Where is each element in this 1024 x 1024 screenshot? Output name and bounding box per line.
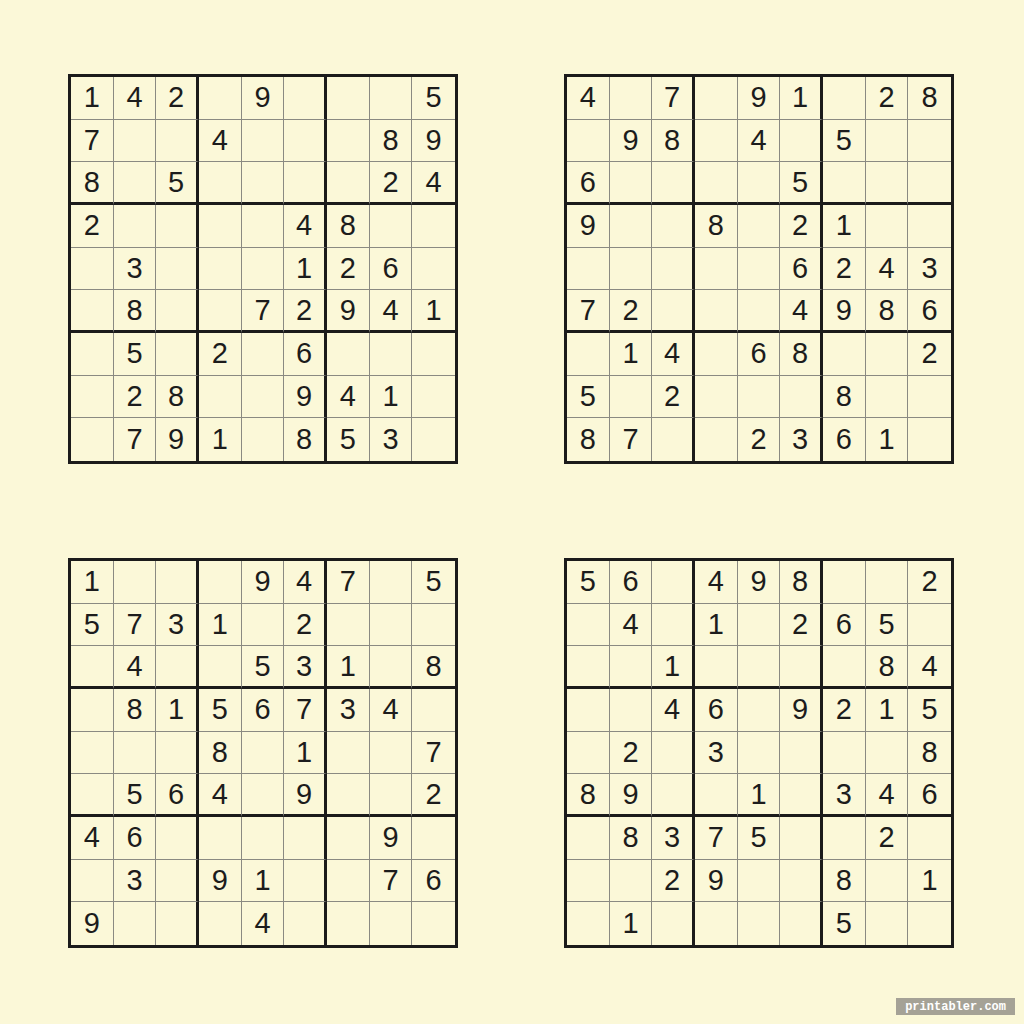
sudoku-cell-r2c8 [370, 604, 413, 647]
sudoku-cell-r7c2: 5 [114, 333, 157, 376]
sudoku-cell-r3c5 [738, 162, 781, 205]
sudoku-cell-r8c3: 2 [652, 860, 695, 903]
sudoku-cell-r6c4 [199, 290, 242, 333]
sudoku-cell-r7c3 [156, 817, 199, 860]
sudoku-cell-r3c9: 8 [412, 646, 455, 689]
sudoku-cell-r8c2: 3 [114, 860, 157, 903]
sudoku-cell-r8c8 [866, 376, 909, 419]
sudoku-cell-r3c7 [823, 646, 866, 689]
sudoku-cell-r7c9 [412, 817, 455, 860]
sudoku-cell-r1c1: 1 [71, 77, 114, 120]
sudoku-cell-r1c9: 2 [908, 561, 951, 604]
sudoku-cell-r3c5 [242, 162, 285, 205]
sudoku-cell-r7c5: 6 [738, 333, 781, 376]
sudoku-cell-r2c9 [412, 604, 455, 647]
sudoku-cell-r8c6 [780, 860, 823, 903]
sudoku-cell-r9c5 [242, 418, 285, 461]
sudoku-cell-r5c1 [71, 248, 114, 291]
sudoku-cell-r4c7: 2 [823, 689, 866, 732]
sudoku-cell-r5c8 [370, 732, 413, 775]
sudoku-cell-r2c6 [780, 120, 823, 163]
sudoku-cell-r7c8 [370, 333, 413, 376]
sudoku-cell-r3c2: 4 [114, 646, 157, 689]
sudoku-cell-r9c1: 8 [567, 418, 610, 461]
sudoku-cell-r3c8 [866, 162, 909, 205]
sudoku-cell-r6c6: 4 [780, 290, 823, 333]
sudoku-cell-r1c2: 6 [610, 561, 653, 604]
sudoku-cell-r9c3 [652, 418, 695, 461]
sudoku-cell-r9c1 [71, 418, 114, 461]
sudoku-cell-r9c4 [695, 418, 738, 461]
sudoku-cell-r6c5: 7 [242, 290, 285, 333]
sudoku-cell-r6c4: 4 [199, 774, 242, 817]
sudoku-cell-r4c6: 4 [284, 205, 327, 248]
sudoku-cell-r9c7: 5 [823, 902, 866, 945]
sudoku-cell-r9c4: 1 [199, 418, 242, 461]
sudoku-cell-r4c8 [370, 205, 413, 248]
sudoku-cell-r5c5 [738, 248, 781, 291]
sudoku-cell-r8c4: 9 [199, 860, 242, 903]
sudoku-cell-r2c1 [567, 120, 610, 163]
sudoku-cell-r2c6 [284, 120, 327, 163]
sudoku-grid-top-left: 1429574898524248312687294152628941791853 [68, 74, 458, 464]
sudoku-cell-r4c4: 6 [695, 689, 738, 732]
sudoku-cell-r6c5 [242, 774, 285, 817]
sudoku-cell-r9c7: 6 [823, 418, 866, 461]
sudoku-cell-r1c4 [199, 77, 242, 120]
sudoku-cell-r6c2: 9 [610, 774, 653, 817]
sudoku-cell-r4c9 [908, 205, 951, 248]
sudoku-cell-r3c1: 6 [567, 162, 610, 205]
sudoku-cell-r2c2: 9 [610, 120, 653, 163]
sudoku-cell-r7c3: 3 [652, 817, 695, 860]
sudoku-cell-r3c6 [780, 646, 823, 689]
sudoku-cell-r6c7: 9 [327, 290, 370, 333]
sudoku-cell-r8c9 [908, 376, 951, 419]
sudoku-cell-r2c5 [242, 604, 285, 647]
sudoku-cell-r7c5 [242, 333, 285, 376]
sudoku-cell-r9c6: 8 [284, 418, 327, 461]
sudoku-cell-r4c2 [610, 689, 653, 732]
sudoku-cell-r6c1 [71, 290, 114, 333]
sudoku-cell-r8c1 [71, 860, 114, 903]
sudoku-grid-top-right: 4791289845659821624372498614682528872361 [564, 74, 954, 464]
sudoku-cell-r5c3 [156, 248, 199, 291]
sudoku-cell-r7c1 [567, 817, 610, 860]
sudoku-cell-r9c9 [412, 418, 455, 461]
sudoku-cell-r9c5: 2 [738, 418, 781, 461]
sudoku-cell-r3c6: 3 [284, 646, 327, 689]
sudoku-cell-r7c7 [327, 817, 370, 860]
sudoku-cell-r1c1: 4 [567, 77, 610, 120]
sudoku-cell-r2c6: 2 [780, 604, 823, 647]
sudoku-cell-r1c6 [284, 77, 327, 120]
sudoku-cell-r1c4 [695, 77, 738, 120]
watermark: printabler.com [896, 998, 1015, 1015]
sudoku-cell-r3c5 [738, 646, 781, 689]
sudoku-cell-r4c6: 9 [780, 689, 823, 732]
sudoku-cell-r7c3 [156, 333, 199, 376]
sudoku-cell-r7c5 [242, 817, 285, 860]
sudoku-cell-r6c9: 6 [908, 774, 951, 817]
sudoku-cell-r1c1: 5 [567, 561, 610, 604]
sudoku-cell-r6c2: 2 [610, 290, 653, 333]
sudoku-cell-r3c2 [610, 646, 653, 689]
sudoku-cell-r9c7 [327, 902, 370, 945]
sudoku-cell-r4c7: 1 [823, 205, 866, 248]
sudoku-cell-r6c8: 8 [866, 290, 909, 333]
sudoku-cell-r3c3 [156, 646, 199, 689]
sudoku-cell-r2c1: 7 [71, 120, 114, 163]
sudoku-cell-r3c4 [695, 162, 738, 205]
sudoku-cell-r1c5: 9 [738, 561, 781, 604]
sudoku-cell-r1c3: 7 [652, 77, 695, 120]
sudoku-cell-r2c7: 6 [823, 604, 866, 647]
sudoku-cell-r3c9: 4 [908, 646, 951, 689]
sudoku-cell-r3c6 [284, 162, 327, 205]
sudoku-cell-r7c9: 2 [908, 333, 951, 376]
sudoku-cell-r1c7 [823, 77, 866, 120]
sudoku-cell-r3c4 [695, 646, 738, 689]
sudoku-cell-r4c5 [738, 689, 781, 732]
sudoku-cell-r4c8 [866, 205, 909, 248]
sudoku-cell-r6c7: 9 [823, 290, 866, 333]
sudoku-cell-r4c3: 1 [156, 689, 199, 732]
sudoku-cell-r9c3 [156, 902, 199, 945]
sudoku-cell-r5c6 [780, 732, 823, 775]
sudoku-cell-r7c2: 6 [114, 817, 157, 860]
sudoku-cell-r1c5: 9 [242, 77, 285, 120]
sudoku-cell-r4c9 [412, 205, 455, 248]
sudoku-cell-r6c3 [652, 774, 695, 817]
sudoku-cell-r8c7 [327, 860, 370, 903]
sudoku-cell-r6c6 [780, 774, 823, 817]
sudoku-cell-r8c9: 6 [412, 860, 455, 903]
sudoku-cell-r3c1 [567, 646, 610, 689]
sudoku-cell-r8c2: 2 [114, 376, 157, 419]
sudoku-cell-r8c4 [199, 376, 242, 419]
sudoku-cell-r7c2: 8 [610, 817, 653, 860]
sudoku-cell-r6c1: 8 [567, 774, 610, 817]
sudoku-cell-r6c7: 3 [823, 774, 866, 817]
sudoku-cell-r6c7 [327, 774, 370, 817]
sudoku-cell-r2c3: 3 [156, 604, 199, 647]
sudoku-cell-r9c2: 7 [610, 418, 653, 461]
sudoku-cell-r3c8: 8 [866, 646, 909, 689]
sudoku-cell-r5c9: 3 [908, 248, 951, 291]
sudoku-cell-r5c7 [327, 732, 370, 775]
sudoku-cell-r6c1: 7 [567, 290, 610, 333]
sudoku-cell-r5c4: 3 [695, 732, 738, 775]
sudoku-cell-r6c4 [695, 774, 738, 817]
sudoku-cell-r9c5: 4 [242, 902, 285, 945]
sudoku-cell-r2c3 [156, 120, 199, 163]
sudoku-cell-r2c3 [652, 604, 695, 647]
sudoku-cell-r5c8 [866, 732, 909, 775]
sudoku-cell-r7c1: 4 [71, 817, 114, 860]
sudoku-cell-r2c2 [114, 120, 157, 163]
sudoku-cell-r2c4: 1 [199, 604, 242, 647]
sudoku-cell-r8c1: 5 [567, 376, 610, 419]
sudoku-cell-r3c7: 1 [327, 646, 370, 689]
sudoku-cell-r8c2 [610, 376, 653, 419]
sudoku-cell-r7c3: 4 [652, 333, 695, 376]
sudoku-cell-r4c5: 6 [242, 689, 285, 732]
sudoku-cell-r5c7: 2 [823, 248, 866, 291]
sudoku-cell-r4c5 [242, 205, 285, 248]
sudoku-cell-r9c6 [284, 902, 327, 945]
sudoku-cell-r2c5 [738, 604, 781, 647]
sudoku-cell-r6c3: 6 [156, 774, 199, 817]
sudoku-cell-r7c1 [71, 333, 114, 376]
sudoku-cell-r1c8: 2 [866, 77, 909, 120]
sudoku-cell-r4c1: 2 [71, 205, 114, 248]
sudoku-cell-r8c4: 9 [695, 860, 738, 903]
sudoku-cell-r4c8: 4 [370, 689, 413, 732]
sudoku-cell-r1c2 [610, 77, 653, 120]
sudoku-cell-r1c8 [370, 561, 413, 604]
sudoku-cell-r2c1 [567, 604, 610, 647]
sudoku-cell-r5c5 [242, 732, 285, 775]
sudoku-cell-r3c1: 8 [71, 162, 114, 205]
sudoku-cell-r6c5: 1 [738, 774, 781, 817]
sudoku-cell-r3c7 [327, 162, 370, 205]
sudoku-cell-r9c6: 3 [780, 418, 823, 461]
sudoku-cell-r9c5 [738, 902, 781, 945]
sudoku-cell-r5c2: 2 [610, 732, 653, 775]
sudoku-cell-r1c2 [114, 561, 157, 604]
sudoku-cell-r8c3: 8 [156, 376, 199, 419]
sudoku-cell-r1c2: 4 [114, 77, 157, 120]
sudoku-cell-r7c2: 1 [610, 333, 653, 376]
sudoku-cell-r3c2 [610, 162, 653, 205]
sudoku-cell-r9c8 [866, 902, 909, 945]
sudoku-cell-r3c2 [114, 162, 157, 205]
sudoku-cell-r5c4: 8 [199, 732, 242, 775]
sudoku-cell-r8c8 [866, 860, 909, 903]
sudoku-cell-r6c2: 8 [114, 290, 157, 333]
sudoku-cell-r6c9: 6 [908, 290, 951, 333]
sudoku-cell-r4c3 [156, 205, 199, 248]
sudoku-cell-r7c8 [866, 333, 909, 376]
sudoku-cell-r8c7: 4 [327, 376, 370, 419]
sudoku-cell-r6c9: 2 [412, 774, 455, 817]
sudoku-cell-r5c2 [610, 248, 653, 291]
sudoku-cell-r8c9 [412, 376, 455, 419]
sudoku-cell-r9c9 [908, 418, 951, 461]
sudoku-cell-r7c8: 2 [866, 817, 909, 860]
sudoku-grid-bottom-right: 5649824126518446921523889134683752298115 [564, 558, 954, 948]
sudoku-cell-r1c9: 8 [908, 77, 951, 120]
sudoku-cell-r4c4: 8 [695, 205, 738, 248]
sudoku-cell-r8c8: 1 [370, 376, 413, 419]
sudoku-cell-r5c2 [114, 732, 157, 775]
sudoku-cell-r9c2 [114, 902, 157, 945]
sudoku-cell-r7c4 [199, 817, 242, 860]
sudoku-cell-r5c8: 4 [866, 248, 909, 291]
sudoku-cell-r1c7 [327, 77, 370, 120]
sudoku-cell-r4c1 [567, 689, 610, 732]
sudoku-cell-r5c9: 7 [412, 732, 455, 775]
sudoku-cell-r8c3: 2 [652, 376, 695, 419]
sudoku-cell-r5c4 [695, 248, 738, 291]
sudoku-cell-r2c8: 8 [370, 120, 413, 163]
sudoku-cell-r8c6: 9 [284, 376, 327, 419]
sudoku-cell-r8c1 [567, 860, 610, 903]
sudoku-cell-r9c4 [199, 902, 242, 945]
sudoku-cell-r2c7 [327, 604, 370, 647]
sudoku-cell-r1c9: 5 [412, 561, 455, 604]
sudoku-cell-r5c7 [823, 732, 866, 775]
sudoku-cell-r1c8 [866, 561, 909, 604]
sudoku-cell-r1c3 [652, 561, 695, 604]
sudoku-cell-r5c2: 3 [114, 248, 157, 291]
sudoku-cell-r5c5 [242, 248, 285, 291]
sudoku-cell-r5c6: 6 [780, 248, 823, 291]
sudoku-cell-r7c6: 8 [780, 333, 823, 376]
sudoku-cell-r3c8: 2 [370, 162, 413, 205]
sudoku-cell-r1c6: 4 [284, 561, 327, 604]
sudoku-cell-r9c1 [567, 902, 610, 945]
sudoku-cell-r7c8: 9 [370, 817, 413, 860]
sudoku-cell-r4c9 [412, 689, 455, 732]
sudoku-cell-r3c7 [823, 162, 866, 205]
sudoku-cell-r2c2: 4 [610, 604, 653, 647]
sudoku-cell-r2c8 [866, 120, 909, 163]
sudoku-cell-r5c8: 6 [370, 248, 413, 291]
sudoku-cell-r9c7: 5 [327, 418, 370, 461]
sudoku-cell-r7c6 [284, 817, 327, 860]
sudoku-cell-r9c8 [370, 902, 413, 945]
sudoku-cell-r1c7: 7 [327, 561, 370, 604]
sudoku-cell-r2c4 [695, 120, 738, 163]
sudoku-cell-r1c8 [370, 77, 413, 120]
sudoku-cell-r3c3: 1 [652, 646, 695, 689]
sudoku-cell-r2c9 [908, 120, 951, 163]
sudoku-cell-r9c9 [908, 902, 951, 945]
sudoku-cell-r4c4 [199, 205, 242, 248]
sudoku-cell-r1c7 [823, 561, 866, 604]
sudoku-cell-r8c5: 1 [242, 860, 285, 903]
sudoku-cell-r5c5 [738, 732, 781, 775]
sudoku-cell-r2c7: 5 [823, 120, 866, 163]
sudoku-cell-r6c6: 2 [284, 290, 327, 333]
sudoku-cell-r5c1 [567, 248, 610, 291]
sudoku-cell-r6c8: 4 [866, 774, 909, 817]
sudoku-cell-r9c1: 9 [71, 902, 114, 945]
sudoku-cell-r9c8: 1 [866, 418, 909, 461]
sudoku-cell-r6c1 [71, 774, 114, 817]
sudoku-cell-r8c5 [738, 860, 781, 903]
sudoku-cell-r9c3 [652, 902, 695, 945]
sudoku-cell-r7c9 [412, 333, 455, 376]
sudoku-cell-r8c9: 1 [908, 860, 951, 903]
sudoku-cell-r4c3: 4 [652, 689, 695, 732]
sudoku-cell-r8c5 [738, 376, 781, 419]
sudoku-cell-r8c7: 8 [823, 860, 866, 903]
sudoku-cell-r8c8: 7 [370, 860, 413, 903]
sudoku-cell-r2c6: 2 [284, 604, 327, 647]
sudoku-cell-r4c4: 5 [199, 689, 242, 732]
sudoku-cell-r7c7 [327, 333, 370, 376]
sudoku-cell-r5c9: 8 [908, 732, 951, 775]
sudoku-cell-r1c3 [156, 561, 199, 604]
sudoku-cell-r1c4: 4 [695, 561, 738, 604]
sudoku-cell-r6c3 [156, 290, 199, 333]
sudoku-cell-r6c8: 4 [370, 290, 413, 333]
sudoku-cell-r8c6 [780, 376, 823, 419]
sudoku-cell-r5c6: 1 [284, 732, 327, 775]
sudoku-cell-r8c2 [610, 860, 653, 903]
sudoku-cell-r8c5 [242, 376, 285, 419]
sudoku-cell-r6c9: 1 [412, 290, 455, 333]
sudoku-cell-r1c1: 1 [71, 561, 114, 604]
sudoku-cell-r3c8 [370, 646, 413, 689]
sudoku-cell-r4c8: 1 [866, 689, 909, 732]
sudoku-cell-r6c5 [738, 290, 781, 333]
sudoku-cell-r6c2: 5 [114, 774, 157, 817]
sudoku-cell-r7c7 [823, 333, 866, 376]
sudoku-cell-r3c4 [199, 646, 242, 689]
sudoku-cell-r3c6: 5 [780, 162, 823, 205]
sudoku-cell-r5c3 [652, 248, 695, 291]
sudoku-cell-r7c4: 2 [199, 333, 242, 376]
sudoku-cell-r1c6: 8 [780, 561, 823, 604]
sudoku-cell-r7c4 [695, 333, 738, 376]
sudoku-cell-r6c4 [695, 290, 738, 333]
sudoku-cell-r6c3 [652, 290, 695, 333]
sudoku-cell-r2c9 [908, 604, 951, 647]
sudoku-cell-r9c2: 7 [114, 418, 157, 461]
sudoku-cell-r2c9: 9 [412, 120, 455, 163]
sudoku-cell-r9c6 [780, 902, 823, 945]
sudoku-cell-r5c9 [412, 248, 455, 291]
sudoku-cell-r6c6: 9 [284, 774, 327, 817]
sudoku-cell-r5c7: 2 [327, 248, 370, 291]
sudoku-cell-r4c2 [114, 205, 157, 248]
sudoku-cell-r4c2 [610, 205, 653, 248]
sudoku-cell-r3c9: 4 [412, 162, 455, 205]
sudoku-cell-r9c3: 9 [156, 418, 199, 461]
sudoku-cell-r9c4 [695, 902, 738, 945]
sudoku-cell-r7c7 [823, 817, 866, 860]
sudoku-cell-r4c7: 3 [327, 689, 370, 732]
sudoku-cell-r2c5: 4 [738, 120, 781, 163]
sudoku-cell-r8c4 [695, 376, 738, 419]
sudoku-cell-r5c1 [71, 732, 114, 775]
sudoku-cell-r7c9 [908, 817, 951, 860]
sudoku-cell-r8c6 [284, 860, 327, 903]
sudoku-cell-r4c6: 7 [284, 689, 327, 732]
sudoku-cell-r1c5: 9 [242, 561, 285, 604]
sudoku-cell-r9c9 [412, 902, 455, 945]
sudoku-cell-r8c3 [156, 860, 199, 903]
sudoku-cell-r6c8 [370, 774, 413, 817]
sudoku-cell-r8c1 [71, 376, 114, 419]
sudoku-cell-r4c6: 2 [780, 205, 823, 248]
sudoku-cell-r4c9: 5 [908, 689, 951, 732]
sudoku-cell-r5c3 [652, 732, 695, 775]
sudoku-cell-r5c6: 1 [284, 248, 327, 291]
sudoku-cell-r2c5 [242, 120, 285, 163]
sudoku-cell-r1c6: 1 [780, 77, 823, 120]
sudoku-cell-r7c6: 6 [284, 333, 327, 376]
sudoku-cell-r7c5: 5 [738, 817, 781, 860]
sudoku-cell-r1c9: 5 [412, 77, 455, 120]
sudoku-cell-r2c7 [327, 120, 370, 163]
sudoku-cell-r8c7: 8 [823, 376, 866, 419]
sudoku-cell-r7c1 [567, 333, 610, 376]
